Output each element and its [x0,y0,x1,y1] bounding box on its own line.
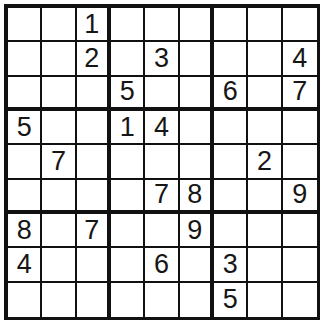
cell-r9c9[interactable] [283,283,317,317]
cell-r2c2[interactable] [42,42,76,76]
cell-r3c6[interactable] [180,77,214,111]
given-digit: 9 [292,181,307,208]
given-digit: 8 [17,217,32,244]
cell-r8c7[interactable]: 3 [214,248,248,282]
sudoku-board: 1234567514727898794635 [4,4,320,320]
cell-r4c8[interactable] [248,111,282,145]
cell-r2c6[interactable] [180,42,214,76]
cell-r1c2[interactable] [42,8,76,42]
cell-r1c9[interactable] [283,8,317,42]
cell-r8c9[interactable] [283,248,317,282]
cell-r7c1[interactable]: 8 [8,214,42,248]
cell-r7c9[interactable] [283,214,317,248]
given-digit: 3 [223,251,238,278]
cell-r3c8[interactable] [248,77,282,111]
cell-r4c2[interactable] [42,111,76,145]
cell-r4c3[interactable] [77,111,111,145]
given-digit: 4 [17,251,32,278]
cell-r4c1[interactable]: 5 [8,111,42,145]
cell-r6c2[interactable] [42,180,76,214]
cell-r1c3[interactable]: 1 [77,8,111,42]
given-digit: 8 [187,181,202,208]
cell-r9c8[interactable] [248,283,282,317]
cell-r4c6[interactable] [180,111,214,145]
given-digit: 4 [292,45,307,72]
given-digit: 7 [51,148,66,175]
cell-r8c3[interactable] [77,248,111,282]
given-digit: 5 [223,286,238,313]
given-digit: 7 [84,217,99,244]
given-digit: 2 [84,45,99,72]
cell-r8c1[interactable]: 4 [8,248,42,282]
cell-r2c5[interactable]: 3 [145,42,179,76]
cell-r6c9[interactable]: 9 [283,180,317,214]
cell-r5c2[interactable]: 7 [42,145,76,179]
cell-r9c3[interactable] [77,283,111,317]
given-digit: 3 [154,45,169,72]
cell-r5c1[interactable] [8,145,42,179]
cell-r4c9[interactable] [283,111,317,145]
cell-r1c4[interactable] [111,8,145,42]
cell-r2c1[interactable] [8,42,42,76]
cell-r5c8[interactable]: 2 [248,145,282,179]
cell-r3c1[interactable] [8,77,42,111]
given-digit: 1 [84,11,99,38]
cell-r3c4[interactable]: 5 [111,77,145,111]
cell-r6c6[interactable]: 8 [180,180,214,214]
cell-r2c3[interactable]: 2 [77,42,111,76]
cell-r6c3[interactable] [77,180,111,214]
cell-r7c6[interactable]: 9 [180,214,214,248]
cell-r3c3[interactable] [77,77,111,111]
cell-r4c7[interactable] [214,111,248,145]
cell-r9c5[interactable] [145,283,179,317]
cell-r9c1[interactable] [8,283,42,317]
cell-r1c8[interactable] [248,8,282,42]
cell-r6c4[interactable] [111,180,145,214]
given-digit: 9 [187,217,202,244]
cell-r7c7[interactable] [214,214,248,248]
cell-r5c3[interactable] [77,145,111,179]
cell-r7c2[interactable] [42,214,76,248]
cell-r1c7[interactable] [214,8,248,42]
cell-r3c7[interactable]: 6 [214,77,248,111]
cell-r5c5[interactable] [145,145,179,179]
cell-r1c6[interactable] [180,8,214,42]
cell-r5c4[interactable] [111,145,145,179]
cell-r8c5[interactable]: 6 [145,248,179,282]
cell-r7c3[interactable]: 7 [77,214,111,248]
cell-r9c4[interactable] [111,283,145,317]
given-digit: 2 [257,148,272,175]
cell-r9c6[interactable] [180,283,214,317]
cell-r2c4[interactable] [111,42,145,76]
cell-r3c9[interactable]: 7 [283,77,317,111]
cell-r4c4[interactable]: 1 [111,111,145,145]
cell-r8c6[interactable] [180,248,214,282]
given-digit: 7 [154,181,169,208]
cell-r6c5[interactable]: 7 [145,180,179,214]
given-digit: 1 [120,114,135,141]
cell-r5c9[interactable] [283,145,317,179]
cell-r2c8[interactable] [248,42,282,76]
cell-r3c2[interactable] [42,77,76,111]
cell-r7c5[interactable] [145,214,179,248]
cell-r8c8[interactable] [248,248,282,282]
cell-r5c6[interactable] [180,145,214,179]
cell-r8c2[interactable] [42,248,76,282]
given-digit: 5 [120,78,135,105]
cell-r6c7[interactable] [214,180,248,214]
cell-r4c5[interactable]: 4 [145,111,179,145]
cell-r7c4[interactable] [111,214,145,248]
given-digit: 7 [292,78,307,105]
cell-r3c5[interactable] [145,77,179,111]
cell-r2c7[interactable] [214,42,248,76]
cell-r9c7[interactable]: 5 [214,283,248,317]
given-digit: 6 [223,78,238,105]
cell-r1c1[interactable] [8,8,42,42]
cell-r7c8[interactable] [248,214,282,248]
cell-r6c1[interactable] [8,180,42,214]
given-digit: 4 [154,114,169,141]
cell-r8c4[interactable] [111,248,145,282]
given-digit: 6 [154,251,169,278]
cell-r6c8[interactable] [248,180,282,214]
given-digit: 5 [17,114,32,141]
cell-r1c5[interactable] [145,8,179,42]
cell-r5c7[interactable] [214,145,248,179]
cell-r2c9[interactable]: 4 [283,42,317,76]
cell-r9c2[interactable] [42,283,76,317]
